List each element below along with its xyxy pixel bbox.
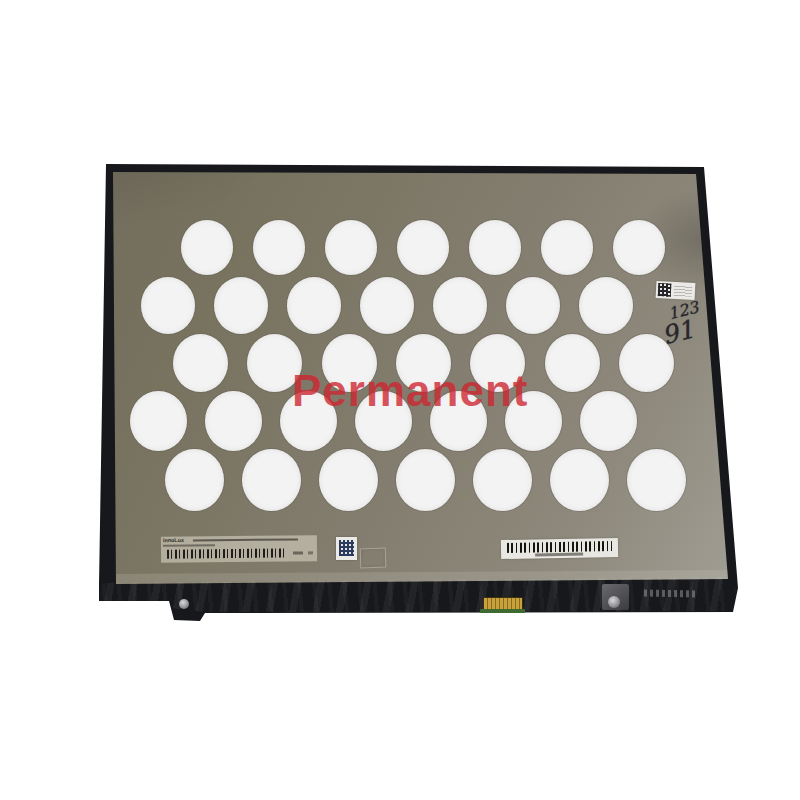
- spec-label-brand: lnnoLux: [163, 537, 184, 543]
- sticker-dot: [541, 220, 593, 275]
- sticker-dot: [545, 334, 600, 392]
- barcode-icon: [507, 541, 612, 553]
- pcb-edge: [480, 609, 525, 613]
- sticker-dot: [506, 277, 560, 334]
- spec-label-text-line: [193, 538, 298, 541]
- sticker-dot: [469, 220, 521, 275]
- sticker-dot: [130, 391, 187, 451]
- spec-label-mark: [293, 551, 303, 554]
- sticker-dot: [627, 449, 686, 511]
- spec-label-mark-2: [308, 551, 313, 554]
- sticker-dot: [397, 220, 449, 275]
- qr-code-icon: [339, 540, 354, 556]
- sticker-dot: [181, 220, 233, 275]
- sticker-dot: [613, 220, 665, 275]
- watermark-text: Permanent: [292, 366, 528, 416]
- sticker-dot: [242, 449, 301, 511]
- sticker-dot: [550, 449, 609, 511]
- sticker-dot: [319, 449, 378, 511]
- sticker-dot: [173, 334, 228, 392]
- sticker-dot: [579, 277, 633, 334]
- barcode-sticker-bottom-right: [501, 538, 618, 559]
- sticker-dot: [360, 277, 414, 334]
- qr-code-sticker-top-right: [656, 281, 696, 300]
- sticker-dot: [214, 277, 268, 334]
- sticker-dot: [287, 277, 341, 334]
- embossed-square-mark: [360, 548, 387, 569]
- spec-label-barcode-icon: [167, 549, 285, 559]
- qr-code-icon: [658, 283, 672, 297]
- etched-text-marks: [644, 590, 696, 598]
- screw-icon-right: [608, 596, 620, 608]
- spec-label-sticker: lnnoLux: [161, 535, 317, 562]
- spec-label-text-line-2: [163, 544, 215, 546]
- sticker-dot: [253, 220, 305, 275]
- sticker-dot: [473, 449, 532, 511]
- sticker-dot: [325, 220, 377, 275]
- sticker-dot: [433, 277, 487, 334]
- sticker-dot: [396, 449, 455, 511]
- faint-barcode-icon: [674, 285, 693, 297]
- barcode-subtext-line: [535, 553, 583, 557]
- screw-icon-left: [179, 599, 189, 609]
- sticker-dot: [165, 449, 224, 511]
- sticker-dot: [141, 277, 195, 334]
- qr-code-sticker-bottom-mid: [336, 537, 357, 560]
- sticker-dot: [205, 391, 262, 451]
- sticker-dot: [580, 391, 637, 451]
